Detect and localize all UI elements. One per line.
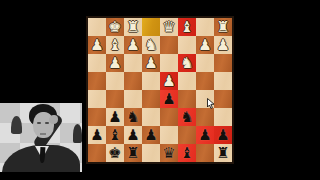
square-g2[interactable]: ♝ bbox=[106, 36, 124, 54]
portrait-mouth bbox=[40, 133, 46, 135]
piece-bN-c6[interactable]: ♞ bbox=[180, 108, 193, 126]
square-h8[interactable] bbox=[88, 144, 106, 162]
piece-wB-g2[interactable]: ♝ bbox=[108, 36, 121, 54]
mouse-cursor-icon bbox=[207, 98, 215, 109]
bobby-fischer-portrait bbox=[0, 103, 82, 172]
square-g5[interactable] bbox=[106, 90, 124, 108]
square-g4[interactable] bbox=[106, 72, 124, 90]
square-c4[interactable] bbox=[178, 72, 196, 90]
square-a6[interactable] bbox=[214, 108, 232, 126]
piece-bP-f7[interactable]: ♟ bbox=[126, 126, 139, 144]
square-h6[interactable] bbox=[88, 108, 106, 126]
square-d2[interactable] bbox=[160, 36, 178, 54]
piece-wP-d4[interactable]: ♟ bbox=[162, 72, 175, 90]
square-d6[interactable] bbox=[160, 108, 178, 126]
square-f1[interactable]: ♜ bbox=[124, 18, 142, 36]
square-c2[interactable] bbox=[178, 36, 196, 54]
square-d7[interactable] bbox=[160, 126, 178, 144]
portrait-brow-left bbox=[37, 122, 41, 124]
square-c1[interactable]: ♝ bbox=[178, 18, 196, 36]
piece-wN-e2[interactable]: ♞ bbox=[144, 36, 157, 54]
square-h1[interactable] bbox=[88, 18, 106, 36]
portrait-hand bbox=[49, 115, 58, 124]
piece-wB-c1[interactable]: ♝ bbox=[180, 18, 193, 36]
square-e8[interactable] bbox=[142, 144, 160, 162]
piece-bP-h7[interactable]: ♟ bbox=[90, 126, 103, 144]
square-g6[interactable]: ♟ bbox=[106, 108, 124, 126]
video-frame: ♚♜♛♝♜♟♝♟♞♟♟♟♟♞♟♟♟♞♞♟♝♟♟♟♟♚♜♛♝♜ bbox=[0, 0, 320, 180]
piece-wP-a2[interactable]: ♟ bbox=[216, 36, 229, 54]
square-h3[interactable] bbox=[88, 54, 106, 72]
piece-bR-a8[interactable]: ♜ bbox=[216, 144, 229, 162]
square-a4[interactable] bbox=[214, 72, 232, 90]
square-a8[interactable]: ♜ bbox=[214, 144, 232, 162]
square-a2[interactable]: ♟ bbox=[214, 36, 232, 54]
piece-wK-g1[interactable]: ♚ bbox=[108, 18, 121, 36]
square-e4[interactable] bbox=[142, 72, 160, 90]
square-g1[interactable]: ♚ bbox=[106, 18, 124, 36]
wall-piece-silhouette bbox=[73, 124, 82, 143]
piece-wR-a1[interactable]: ♜ bbox=[216, 18, 229, 36]
piece-wP-g3[interactable]: ♟ bbox=[108, 54, 121, 72]
square-d3[interactable] bbox=[160, 54, 178, 72]
square-e3[interactable]: ♟ bbox=[142, 54, 160, 72]
piece-wP-f2[interactable]: ♟ bbox=[126, 36, 139, 54]
square-c3[interactable]: ♞ bbox=[178, 54, 196, 72]
square-d5[interactable]: ♟ bbox=[160, 90, 178, 108]
square-f3[interactable] bbox=[124, 54, 142, 72]
square-e1[interactable] bbox=[142, 18, 160, 36]
square-b4[interactable] bbox=[196, 72, 214, 90]
piece-bP-g6[interactable]: ♟ bbox=[108, 108, 121, 126]
piece-bP-d5[interactable]: ♟ bbox=[162, 90, 175, 108]
wall-pawn-silhouette bbox=[11, 116, 22, 134]
square-f6[interactable]: ♞ bbox=[124, 108, 142, 126]
square-h7[interactable]: ♟ bbox=[88, 126, 106, 144]
piece-wP-b2[interactable]: ♟ bbox=[198, 36, 211, 54]
piece-bK-g8[interactable]: ♚ bbox=[108, 144, 121, 162]
square-e2[interactable]: ♞ bbox=[142, 36, 160, 54]
square-b6[interactable] bbox=[196, 108, 214, 126]
piece-bB-g7[interactable]: ♝ bbox=[108, 126, 121, 144]
square-e7[interactable]: ♟ bbox=[142, 126, 160, 144]
square-a5[interactable] bbox=[214, 90, 232, 108]
square-d8[interactable]: ♛ bbox=[160, 144, 178, 162]
square-c6[interactable]: ♞ bbox=[178, 108, 196, 126]
square-e5[interactable] bbox=[142, 90, 160, 108]
piece-bP-e7[interactable]: ♟ bbox=[144, 126, 157, 144]
piece-wQ-d1[interactable]: ♛ bbox=[162, 18, 175, 36]
square-f8[interactable]: ♜ bbox=[124, 144, 142, 162]
square-b7[interactable]: ♟ bbox=[196, 126, 214, 144]
square-d4[interactable]: ♟ bbox=[160, 72, 178, 90]
square-h2[interactable]: ♟ bbox=[88, 36, 106, 54]
square-g7[interactable]: ♝ bbox=[106, 126, 124, 144]
square-f5[interactable] bbox=[124, 90, 142, 108]
square-g8[interactable]: ♚ bbox=[106, 144, 124, 162]
square-d1[interactable]: ♛ bbox=[160, 18, 178, 36]
board-grid[interactable]: ♚♜♛♝♜♟♝♟♞♟♟♟♟♞♟♟♟♞♞♟♝♟♟♟♟♚♜♛♝♜ bbox=[88, 18, 232, 162]
square-a1[interactable]: ♜ bbox=[214, 18, 232, 36]
square-b8[interactable] bbox=[196, 144, 214, 162]
piece-bR-f8[interactable]: ♜ bbox=[126, 144, 139, 162]
portrait-brow-right bbox=[45, 122, 49, 124]
square-c8[interactable]: ♝ bbox=[178, 144, 196, 162]
piece-bB-c8[interactable]: ♝ bbox=[180, 144, 193, 162]
square-c5[interactable] bbox=[178, 90, 196, 108]
square-h5[interactable] bbox=[88, 90, 106, 108]
square-b1[interactable] bbox=[196, 18, 214, 36]
chess-board[interactable]: ♚♜♛♝♜♟♝♟♞♟♟♟♟♞♟♟♟♞♞♟♝♟♟♟♟♚♜♛♝♜ bbox=[86, 16, 234, 164]
piece-wR-f1[interactable]: ♜ bbox=[126, 18, 139, 36]
square-b3[interactable] bbox=[196, 54, 214, 72]
square-e6[interactable] bbox=[142, 108, 160, 126]
piece-wP-h2[interactable]: ♟ bbox=[90, 36, 103, 54]
piece-bP-b7[interactable]: ♟ bbox=[198, 126, 211, 144]
square-g3[interactable]: ♟ bbox=[106, 54, 124, 72]
piece-bN-f6[interactable]: ♞ bbox=[126, 108, 139, 126]
square-f2[interactable]: ♟ bbox=[124, 36, 142, 54]
piece-wP-e3[interactable]: ♟ bbox=[144, 54, 157, 72]
square-f4[interactable] bbox=[124, 72, 142, 90]
piece-bP-a7[interactable]: ♟ bbox=[216, 126, 229, 144]
piece-wN-c3[interactable]: ♞ bbox=[180, 54, 193, 72]
square-a3[interactable] bbox=[214, 54, 232, 72]
square-b2[interactable]: ♟ bbox=[196, 36, 214, 54]
piece-bQ-d8[interactable]: ♛ bbox=[162, 144, 175, 162]
square-c7[interactable] bbox=[178, 126, 196, 144]
square-f7[interactable]: ♟ bbox=[124, 126, 142, 144]
square-a7[interactable]: ♟ bbox=[214, 126, 232, 144]
square-h4[interactable] bbox=[88, 72, 106, 90]
